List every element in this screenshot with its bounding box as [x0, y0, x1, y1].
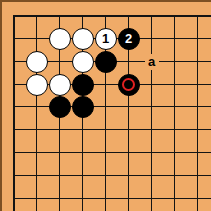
go-board-diagram: a12: [0, 0, 211, 211]
grid-line-horizontal: [13, 15, 211, 17]
grid-line-horizontal: [13, 198, 211, 199]
grid-line-horizontal: [13, 106, 211, 107]
circle-marker-icon: [122, 78, 135, 91]
stone-black-circled: [118, 74, 140, 96]
stone-white: [49, 74, 71, 96]
stone-black: [72, 96, 94, 118]
grid-line-horizontal: [13, 152, 211, 153]
stone-black-move-2: 2: [118, 28, 140, 50]
stone-white: [26, 74, 48, 96]
stone-white: [26, 51, 48, 73]
grid-line-vertical: [151, 15, 152, 211]
point-label-a: a: [145, 54, 159, 70]
grid-line-vertical: [197, 15, 198, 211]
go-board: a12: [2, 2, 211, 211]
stone-black: [72, 74, 94, 96]
stone-black: [95, 51, 117, 73]
grid-line-horizontal: [13, 129, 211, 130]
stone-black: [49, 96, 71, 118]
stone-white: [72, 28, 94, 50]
stone-white: [49, 28, 71, 50]
grid-line-vertical: [174, 15, 175, 211]
stone-white-move-1: 1: [95, 28, 117, 50]
grid-line-vertical: [36, 15, 37, 211]
grid-line-vertical: [13, 15, 15, 211]
stone-white: [72, 51, 94, 73]
grid-line-horizontal: [13, 175, 211, 176]
